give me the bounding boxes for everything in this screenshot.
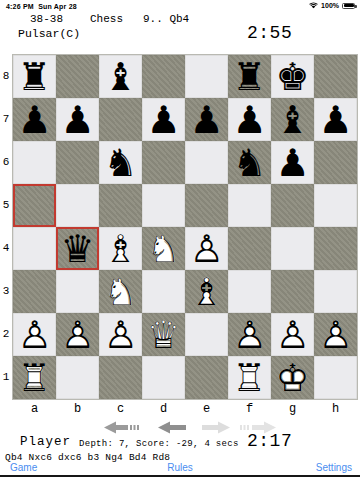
white-bishop-e3[interactable]: ♝♗ [189,273,223,311]
square-b5[interactable] [56,184,99,227]
square-g2[interactable]: ♟♙ [271,313,314,356]
rank-label-1: 1 [0,356,12,399]
rank-label-3: 3 [0,270,12,313]
square-g8[interactable]: ♚ [271,55,314,98]
black-pawn-e7[interactable]: ♟ [189,101,223,139]
black-knight-c6[interactable]: ♞ [103,144,137,182]
square-h2[interactable]: ♟♙ [314,313,357,356]
white-bishop-c4[interactable]: ♝♗ [103,230,137,268]
square-a4[interactable] [13,227,56,270]
square-f8[interactable]: ♜ [228,55,271,98]
status-time-date: 4:26 PM Sun Apr 28 [6,3,77,10]
black-pawn-a7[interactable]: ♟ [17,101,51,139]
square-e1[interactable] [185,356,228,399]
file-label-g: g [271,402,314,416]
square-d6[interactable] [142,141,185,184]
white-queen-d2[interactable]: ♛♕ [146,316,180,354]
square-a5[interactable] [13,184,56,227]
square-b7[interactable]: ♟ [56,98,99,141]
square-c3[interactable]: ♞♘ [99,270,142,313]
black-rook-f8[interactable]: ♜ [232,58,266,96]
back-move-arrow-icon[interactable] [158,421,195,434]
square-f5[interactable] [228,184,271,227]
square-d7[interactable]: ♟ [142,98,185,141]
rules-link[interactable]: Rules [167,462,193,473]
opponent-name: Pulsar(C) [18,27,80,40]
square-b2[interactable]: ♟♙ [56,313,99,356]
rank-label-4: 4 [0,227,12,270]
battery-percent: 100% [321,2,339,9]
rank-label-7: 7 [0,98,12,141]
square-g3[interactable] [271,270,314,313]
square-f4[interactable] [228,227,271,270]
black-rook-a8[interactable]: ♜ [17,58,51,96]
square-e3[interactable]: ♝♗ [185,270,228,313]
square-f7[interactable]: ♟ [228,98,271,141]
square-g5[interactable] [271,184,314,227]
square-c8[interactable]: ♝ [99,55,142,98]
square-c4[interactable]: ♝♗ [99,227,142,270]
white-rook-a1[interactable]: ♜♖ [17,359,51,397]
square-c1[interactable] [99,356,142,399]
square-d3[interactable] [142,270,185,313]
square-a2[interactable]: ♟♙ [13,313,56,356]
square-f2[interactable]: ♟♙ [228,313,271,356]
file-label-e: e [185,402,228,416]
black-pawn-f7[interactable]: ♟ [232,101,266,139]
square-h6[interactable] [314,141,357,184]
white-rook-f1[interactable]: ♜♖ [232,359,266,397]
square-c7[interactable] [99,98,142,141]
square-f6[interactable]: ♞ [228,141,271,184]
wifi-icon [309,2,318,9]
engine-info: Depth: 7, Score: -29, 4 secs [79,439,239,449]
file-label-f: f [228,402,271,416]
file-label-b: b [56,402,99,416]
black-pawn-b7[interactable]: ♟ [60,101,94,139]
square-g4[interactable] [271,227,314,270]
white-pawn-g2[interactable]: ♟♙ [275,316,309,354]
opponent-clock: 2:55 [247,23,292,43]
file-label-a: a [13,402,56,416]
white-pawn-h2[interactable]: ♟♙ [318,316,352,354]
rank-label-2: 2 [0,313,12,356]
footer-toolbar: Game Rules Settings [0,462,360,475]
square-a7[interactable]: ♟ [13,98,56,141]
square-g1[interactable]: ♚♔ [271,356,314,399]
square-b8[interactable] [56,55,99,98]
square-c2[interactable]: ♟♙ [99,313,142,356]
black-bishop-g7[interactable]: ♝ [275,101,309,139]
rank-label-8: 8 [0,55,12,98]
black-bishop-c8[interactable]: ♝ [103,58,137,96]
forward-move-arrow-icon[interactable] [193,421,230,434]
white-knight-d4[interactable]: ♞♘ [146,230,180,268]
last-move-label: 9.. Qb4 [143,13,189,25]
square-a3[interactable] [13,270,56,313]
square-e7[interactable]: ♟ [185,98,228,141]
square-e6[interactable] [185,141,228,184]
square-h1[interactable] [314,356,357,399]
status-bar: 4:26 PM Sun Apr 28 100% [0,0,360,13]
white-pawn-a2[interactable]: ♟♙ [17,316,51,354]
status-date: Sun Apr 28 [38,3,77,10]
game-menu-link[interactable]: Game [10,462,37,473]
square-b1[interactable] [56,356,99,399]
white-pawn-f2[interactable]: ♟♙ [232,316,266,354]
square-a8[interactable]: ♜ [13,55,56,98]
bottom-divider [0,475,360,477]
square-a1[interactable]: ♜♖ [13,356,56,399]
square-b4[interactable]: ♛ [56,227,99,270]
black-pawn-h7[interactable]: ♟ [318,101,352,139]
square-d2[interactable]: ♛♕ [142,313,185,356]
app-title: Chess [90,13,123,25]
move-navigation [0,421,360,434]
player-clock: 2:17 [247,431,292,451]
square-b3[interactable] [56,270,99,313]
white-knight-c3[interactable]: ♞♘ [103,273,137,311]
square-e4[interactable]: ♟♙ [185,227,228,270]
black-queen-b4[interactable]: ♛ [60,230,94,268]
rank-label-5: 5 [0,184,12,227]
square-h4[interactable] [314,227,357,270]
square-c6[interactable]: ♞ [99,141,142,184]
square-g6[interactable]: ♟ [271,141,314,184]
square-d4[interactable]: ♞♘ [142,227,185,270]
black-king-g8[interactable]: ♚ [275,58,309,96]
white-pawn-c2[interactable]: ♟♙ [103,316,137,354]
chess-board[interactable]: ♜♝♜♚♟♟♟♟♟♝♟♞♞♟♛♝♗♞♘♟♙♞♘♝♗♟♙♟♙♟♙♛♕♟♙♟♙♟♙♜… [13,55,357,399]
square-g7[interactable]: ♝ [271,98,314,141]
file-label-d: d [142,402,185,416]
header-row: 38-38 Chess 9.. Qb4 [0,13,360,26]
square-e5[interactable] [185,184,228,227]
material-score: 38-38 [30,13,63,25]
player-name: Player [20,435,71,449]
square-h5[interactable] [314,184,357,227]
battery-icon [342,3,355,9]
square-d1[interactable] [142,356,185,399]
square-e8[interactable] [185,55,228,98]
white-pawn-b2[interactable]: ♟♙ [60,316,94,354]
settings-link[interactable]: Settings [316,462,352,473]
square-f3[interactable] [228,270,271,313]
jump-to-start-arrow-icon[interactable] [104,421,141,434]
black-knight-f6[interactable]: ♞ [232,144,266,182]
white-pawn-e4[interactable]: ♟♙ [189,230,223,268]
square-d5[interactable] [142,184,185,227]
rank-label-6: 6 [0,141,12,184]
black-pawn-g6[interactable]: ♟ [275,144,309,182]
square-h8[interactable] [314,55,357,98]
square-a6[interactable] [13,141,56,184]
square-e2[interactable] [185,313,228,356]
square-h3[interactable] [314,270,357,313]
square-c5[interactable] [99,184,142,227]
white-king-g1[interactable]: ♚♔ [275,359,309,397]
square-f1[interactable]: ♜♖ [228,356,271,399]
square-h7[interactable]: ♟ [314,98,357,141]
square-b6[interactable] [56,141,99,184]
file-label-h: h [314,402,357,416]
square-d8[interactable] [142,55,185,98]
file-label-c: c [99,402,142,416]
status-time: 4:26 PM [6,3,34,10]
black-pawn-d7[interactable]: ♟ [146,101,180,139]
